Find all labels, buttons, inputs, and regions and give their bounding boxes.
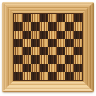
chessboard: [2, 2, 94, 92]
square-g5[interactable]: [65, 39, 74, 47]
square-f1[interactable]: [57, 72, 66, 80]
square-d7[interactable]: [40, 22, 49, 30]
square-c2[interactable]: [31, 64, 40, 72]
square-f8[interactable]: [57, 14, 66, 22]
square-c1[interactable]: [31, 72, 40, 80]
square-b8[interactable]: [23, 14, 32, 22]
square-e4[interactable]: [48, 47, 57, 55]
square-b5[interactable]: [23, 39, 32, 47]
square-h5[interactable]: [74, 39, 83, 47]
square-d1[interactable]: [40, 72, 49, 80]
square-g6[interactable]: [65, 31, 74, 39]
square-g8[interactable]: [65, 14, 74, 22]
square-a1[interactable]: [14, 72, 23, 80]
square-h8[interactable]: [74, 14, 83, 22]
square-d5[interactable]: [40, 39, 49, 47]
frame-rail-bottom: [2, 80, 94, 92]
square-g4[interactable]: [65, 47, 74, 55]
square-b1[interactable]: [23, 72, 32, 80]
square-a6[interactable]: [14, 31, 23, 39]
square-a8[interactable]: [14, 14, 23, 22]
square-e5[interactable]: [48, 39, 57, 47]
square-e6[interactable]: [48, 31, 57, 39]
square-b3[interactable]: [23, 55, 32, 63]
square-a4[interactable]: [14, 47, 23, 55]
square-f2[interactable]: [57, 64, 66, 72]
frame-rail-right: [82, 2, 94, 92]
square-h7[interactable]: [74, 22, 83, 30]
square-f7[interactable]: [57, 22, 66, 30]
square-c4[interactable]: [31, 47, 40, 55]
square-g7[interactable]: [65, 22, 74, 30]
square-d3[interactable]: [40, 55, 49, 63]
square-b2[interactable]: [23, 64, 32, 72]
square-f4[interactable]: [57, 47, 66, 55]
square-d2[interactable]: [40, 64, 49, 72]
square-f5[interactable]: [57, 39, 66, 47]
square-b4[interactable]: [23, 47, 32, 55]
square-c7[interactable]: [31, 22, 40, 30]
square-a5[interactable]: [14, 39, 23, 47]
square-g1[interactable]: [65, 72, 74, 80]
square-a7[interactable]: [14, 22, 23, 30]
square-d4[interactable]: [40, 47, 49, 55]
square-a2[interactable]: [14, 64, 23, 72]
square-g3[interactable]: [65, 55, 74, 63]
square-h1[interactable]: [74, 72, 83, 80]
square-h2[interactable]: [74, 64, 83, 72]
square-e7[interactable]: [48, 22, 57, 30]
square-b6[interactable]: [23, 31, 32, 39]
square-d6[interactable]: [40, 31, 49, 39]
square-f3[interactable]: [57, 55, 66, 63]
square-e8[interactable]: [48, 14, 57, 22]
square-g2[interactable]: [65, 64, 74, 72]
square-e1[interactable]: [48, 72, 57, 80]
square-e3[interactable]: [48, 55, 57, 63]
square-c6[interactable]: [31, 31, 40, 39]
board-grid: [13, 13, 83, 81]
square-c3[interactable]: [31, 55, 40, 63]
square-d8[interactable]: [40, 14, 49, 22]
square-c5[interactable]: [31, 39, 40, 47]
square-c8[interactable]: [31, 14, 40, 22]
square-h4[interactable]: [74, 47, 83, 55]
square-f6[interactable]: [57, 31, 66, 39]
square-a3[interactable]: [14, 55, 23, 63]
square-b7[interactable]: [23, 22, 32, 30]
square-h6[interactable]: [74, 31, 83, 39]
square-e2[interactable]: [48, 64, 57, 72]
square-h3[interactable]: [74, 55, 83, 63]
